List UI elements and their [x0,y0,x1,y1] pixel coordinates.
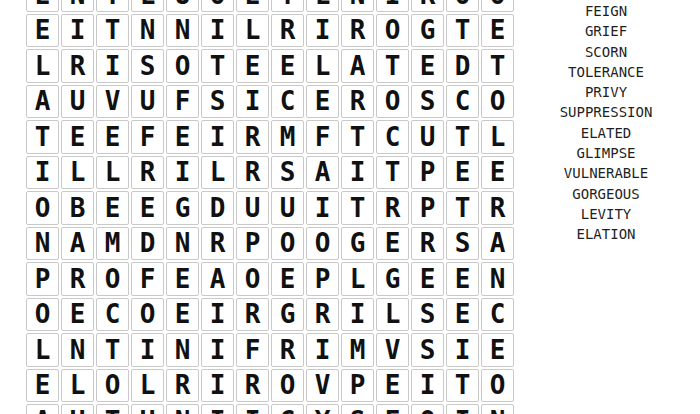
grid-cell-r11c8[interactable]: O [271,369,304,403]
grid-cell-r6c5[interactable]: G [166,191,199,225]
grid-cell-r2c8[interactable]: E [271,49,304,83]
grid-cell-r4c6[interactable]: I [201,120,234,154]
grid-cell-r2c4[interactable]: S [131,49,164,83]
word-list-item-feign: FEIGN [520,1,692,21]
grid-cell-r4c7[interactable]: R [236,120,269,154]
grid-cell-r7c8[interactable]: O [271,227,304,261]
grid-cell-r10c12[interactable]: S [411,333,444,367]
grid-cell-r10c1[interactable]: L [26,333,59,367]
grid-cell-r12c13[interactable]: I [446,404,479,414]
grid-cell-r11c13[interactable]: T [446,369,479,403]
grid-cell-r10c11[interactable]: V [376,333,409,367]
grid-cell-r2c7[interactable]: E [236,49,269,83]
grid-cell-r6c6[interactable]: D [201,191,234,225]
grid-cell-r9c2[interactable]: E [61,298,94,332]
grid-cell-r10c3[interactable]: T [96,333,129,367]
grid-cell-r9c11[interactable]: L [376,298,409,332]
word-list-item-elated: ELATED [520,123,692,143]
grid-cell-r2c10[interactable]: A [341,49,374,83]
grid-cell-r9c14[interactable]: C [481,298,514,332]
grid-cell-r5c10[interactable]: I [341,156,374,190]
word-list: FEIGNGRIEFSCORNTOLERANCEPRIVYSUPPRESSION… [520,1,692,245]
word-list-item-grief: GRIEF [520,21,692,41]
grid-cell-r7c2[interactable]: A [61,227,94,261]
grid-cell-r2c2[interactable]: R [61,49,94,83]
grid-cell-r7c3[interactable]: M [96,227,129,261]
grid-cell-r1c13[interactable]: T [446,14,479,48]
grid-cell-r6c8[interactable]: U [271,191,304,225]
grid-cell-r3c13[interactable]: C [446,85,479,119]
grid-cell-r5c14[interactable]: E [481,156,514,190]
grid-cell-r11c14[interactable]: O [481,369,514,403]
grid-cell-r8c5[interactable]: E [166,262,199,296]
grid-cell-r12c5[interactable]: N [166,404,199,414]
grid-cell-r1c1[interactable]: E [26,14,59,48]
word-list-item-vulnerable: VULNERABLE [520,163,692,183]
grid-cell-r6c2[interactable]: B [61,191,94,225]
grid-cell-r4c2[interactable]: E [61,120,94,154]
grid-cell-r3c7[interactable]: I [236,85,269,119]
grid-cell-r0c4[interactable]: L [131,0,164,12]
grid-cell-r3c2[interactable]: U [61,85,94,119]
grid-cell-r7c12[interactable]: R [411,227,444,261]
grid-cell-r3c6[interactable]: S [201,85,234,119]
word-list-item-scorn: SCORN [520,42,692,62]
grid-cell-r4c14[interactable]: L [481,120,514,154]
grid-cell-r7c5[interactable]: N [166,227,199,261]
grid-cell-r0c9[interactable]: L [306,0,339,12]
grid-cell-r5c5[interactable]: I [166,156,199,190]
grid-cell-r0c8[interactable]: T [271,0,304,12]
grid-cell-r6c3[interactable]: E [96,191,129,225]
grid-cell-r7c6[interactable]: R [201,227,234,261]
grid-cell-r11c11[interactable]: E [376,369,409,403]
grid-cell-r1c12[interactable]: G [411,14,444,48]
grid-cell-r12c4[interactable]: U [131,404,164,414]
grid-cell-r8c7[interactable]: O [236,262,269,296]
grid-cell-r7c7[interactable]: P [236,227,269,261]
grid-cell-r10c14[interactable]: E [481,333,514,367]
grid-cell-r10c7[interactable]: F [236,333,269,367]
word-list-item-glimpse: GLIMPSE [520,143,692,163]
grid-cell-r5c7[interactable]: R [236,156,269,190]
grid-cell-r12c11[interactable]: E [376,404,409,414]
grid-cell-r1c10[interactable]: R [341,14,374,48]
grid-cell-r8c3[interactable]: O [96,262,129,296]
grid-cell-r1c3[interactable]: T [96,14,129,48]
grid-cell-r0c14[interactable]: O [481,0,514,12]
grid-cell-r11c6[interactable]: I [201,369,234,403]
word-list-item-elation: ELATION [520,224,692,244]
grid-cell-r7c11[interactable]: E [376,227,409,261]
grid-cell-r4c10[interactable]: T [341,120,374,154]
grid-cell-r8c4[interactable]: F [131,262,164,296]
grid-cell-r2c13[interactable]: D [446,49,479,83]
grid-cell-r10c8[interactable]: R [271,333,304,367]
grid-cell-r0c1[interactable]: E [26,0,59,12]
grid-cell-r12c2[interactable]: U [61,404,94,414]
grid-cell-r3c14[interactable]: O [481,85,514,119]
grid-cell-r6c12[interactable]: P [411,191,444,225]
grid-cell-r5c12[interactable]: P [411,156,444,190]
grid-cell-r7c9[interactable]: O [306,227,339,261]
grid-cell-r0c3[interactable]: Y [96,0,129,12]
grid-cell-r1c11[interactable]: O [376,14,409,48]
grid-cell-r8c10[interactable]: L [341,262,374,296]
grid-cell-r11c10[interactable]: P [341,369,374,403]
grid-cell-r2c12[interactable]: E [411,49,444,83]
grid-cell-r11c2[interactable]: L [61,369,94,403]
grid-cell-r0c13[interactable]: O [446,0,479,12]
grid-cell-r12c8[interactable]: G [271,404,304,414]
grid-cell-r4c12[interactable]: U [411,120,444,154]
grid-cell-r6c13[interactable]: T [446,191,479,225]
grid-cell-r9c1[interactable]: O [26,298,59,332]
grid-cell-r3c8[interactable]: C [271,85,304,119]
grid-cell-r12c6[interactable]: I [201,404,234,414]
grid-cell-r4c5[interactable]: E [166,120,199,154]
grid-cell-r9c12[interactable]: S [411,298,444,332]
grid-cell-r5c11[interactable]: T [376,156,409,190]
grid-cell-r11c3[interactable]: O [96,369,129,403]
grid-cell-r3c12[interactable]: S [411,85,444,119]
grid-cell-r1c2[interactable]: I [61,14,94,48]
grid-cell-r11c1[interactable]: E [26,369,59,403]
grid-cell-r9c9[interactable]: R [306,298,339,332]
grid-cell-r0c2[interactable]: N [61,0,94,12]
grid-cell-r1c6[interactable]: I [201,14,234,48]
grid-cell-r8c8[interactable]: E [271,262,304,296]
grid-cell-r10c2[interactable]: N [61,333,94,367]
grid-cell-r5c2[interactable]: L [61,156,94,190]
word-search-grid: ENYLUOETLNIROOEITNNILRIROGTELRISOTEELATE… [25,0,515,414]
grid-cell-r6c14[interactable]: R [481,191,514,225]
grid-cell-r6c10[interactable]: T [341,191,374,225]
grid-cell-r2c9[interactable]: L [306,49,339,83]
grid-cell-r2c11[interactable]: T [376,49,409,83]
grid-cell-r10c10[interactable]: M [341,333,374,367]
grid-cell-r5c13[interactable]: E [446,156,479,190]
word-list-item-suppression: SUPPRESSION [520,102,692,122]
grid-cell-r1c8[interactable]: R [271,14,304,48]
grid-cell-r6c4[interactable]: E [131,191,164,225]
grid-cell-r0c6[interactable]: O [201,0,234,12]
grid-cell-r9c10[interactable]: I [341,298,374,332]
grid-cell-r4c3[interactable]: E [96,120,129,154]
grid-cell-r11c7[interactable]: R [236,369,269,403]
grid-cell-r2c1[interactable]: L [26,49,59,83]
grid-cell-r4c4[interactable]: F [131,120,164,154]
grid-cell-r2c14[interactable]: T [481,49,514,83]
grid-cell-r6c7[interactable]: U [236,191,269,225]
grid-cell-r1c14[interactable]: E [481,14,514,48]
grid-cell-r0c5[interactable]: U [166,0,199,12]
grid-cell-r5c8[interactable]: S [271,156,304,190]
grid-cell-r10c13[interactable]: I [446,333,479,367]
grid-cell-r8c2[interactable]: R [61,262,94,296]
grid-cell-r8c14[interactable]: N [481,262,514,296]
grid-cell-r7c14[interactable]: A [481,227,514,261]
grid-cell-r3c9[interactable]: E [306,85,339,119]
grid-cell-r2c3[interactable]: I [96,49,129,83]
grid-cell-r12c10[interactable]: S [341,404,374,414]
grid-cell-r10c4[interactable]: I [131,333,164,367]
grid-cell-r8c9[interactable]: P [306,262,339,296]
grid-cell-r4c1[interactable]: T [26,120,59,154]
grid-cell-r12c9[interactable]: Y [306,404,339,414]
grid-cell-r5c9[interactable]: A [306,156,339,190]
grid-cell-r3c5[interactable]: F [166,85,199,119]
word-list-item-levity: LEVITY [520,204,692,224]
grid-cell-r9c3[interactable]: C [96,298,129,332]
grid-cell-r1c5[interactable]: N [166,14,199,48]
grid-cell-r12c7[interactable]: I [236,404,269,414]
grid-cell-r4c11[interactable]: C [376,120,409,154]
word-list-item-gorgeous: GORGEOUS [520,184,692,204]
grid-cell-r0c12[interactable]: R [411,0,444,12]
grid-cell-r7c1[interactable]: N [26,227,59,261]
grid-cell-r10c9[interactable]: I [306,333,339,367]
word-list-item-privy: PRIVY [520,82,692,102]
grid-cell-r8c12[interactable]: E [411,262,444,296]
grid-cell-r12c14[interactable]: N [481,404,514,414]
grid-cell-r3c11[interactable]: O [376,85,409,119]
grid-cell-r3c10[interactable]: R [341,85,374,119]
grid-cell-r6c11[interactable]: R [376,191,409,225]
grid-cell-r6c9[interactable]: I [306,191,339,225]
grid-cell-r11c5[interactable]: R [166,369,199,403]
grid-cell-r9c4[interactable]: O [131,298,164,332]
grid-cell-r1c9[interactable]: I [306,14,339,48]
grid-cell-r11c9[interactable]: V [306,369,339,403]
grid-cell-r3c3[interactable]: V [96,85,129,119]
grid-cell-r1c7[interactable]: L [236,14,269,48]
grid-cell-r3c4[interactable]: U [131,85,164,119]
grid-cell-r4c8[interactable]: M [271,120,304,154]
grid-cell-r7c13[interactable]: S [446,227,479,261]
grid-cell-r0c7[interactable]: E [236,0,269,12]
grid-cell-r4c13[interactable]: T [446,120,479,154]
grid-cell-r1c4[interactable]: N [131,14,164,48]
grid-cell-r7c10[interactable]: G [341,227,374,261]
grid-cell-r3c1[interactable]: A [26,85,59,119]
word-list-item-tolerance: TOLERANCE [520,62,692,82]
grid-cell-r4c9[interactable]: F [306,120,339,154]
word-search-page: ENYLUOETLNIROOEITNNILRIROGTELRISOTEELATE… [0,0,700,414]
grid-cell-r9c5[interactable]: E [166,298,199,332]
grid-cell-r7c4[interactable]: D [131,227,164,261]
grid-cell-r5c1[interactable]: I [26,156,59,190]
grid-cell-r9c6[interactable]: I [201,298,234,332]
grid-cell-r10c6[interactable]: I [201,333,234,367]
grid-cell-r5c6[interactable]: L [201,156,234,190]
grid-cell-r6c1[interactable]: O [26,191,59,225]
grid-cell-r11c4[interactable]: L [131,369,164,403]
grid-cell-r8c13[interactable]: E [446,262,479,296]
grid-cell-r0c10[interactable]: N [341,0,374,12]
grid-cell-r11c12[interactable]: I [411,369,444,403]
grid-cell-r8c1[interactable]: P [26,262,59,296]
grid-cell-r9c8[interactable]: G [271,298,304,332]
grid-cell-r2c6[interactable]: T [201,49,234,83]
grid-cell-r8c11[interactable]: G [376,262,409,296]
grid-cell-r5c4[interactable]: R [131,156,164,190]
grid-cell-r9c7[interactable]: R [236,298,269,332]
grid-cell-r12c12[interactable]: O [411,404,444,414]
grid-cell-r10c5[interactable]: N [166,333,199,367]
grid-cell-r5c3[interactable]: L [96,156,129,190]
grid-cell-r12c1[interactable]: A [26,404,59,414]
grid-cell-r9c13[interactable]: E [446,298,479,332]
grid-cell-r12c3[interactable]: T [96,404,129,414]
grid-cell-r8c6[interactable]: A [201,262,234,296]
grid-cell-r2c5[interactable]: O [166,49,199,83]
grid-cell-r0c11[interactable]: I [376,0,409,12]
